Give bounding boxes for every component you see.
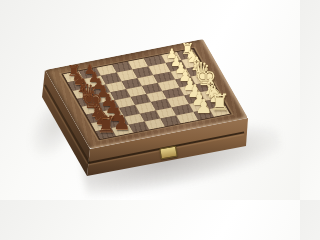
white-rook: ♜ — [209, 91, 229, 114]
black-pawn: ♟ — [114, 113, 131, 132]
square-r7c7: ♜ — [209, 106, 230, 117]
product-photo-scene: ♜♟♟♜♞♟♟♞♝♟♟♝♛♟♟♛♚♟♟♚♝♟♟♝♞♟♟♞♜♟♟♜ — [0, 0, 300, 200]
chess-board: ♜♟♟♜♞♟♟♞♝♟♟♝♛♟♟♛♚♟♟♚♝♟♟♝♞♟♟♞♜♟♟♜ — [63, 49, 229, 139]
